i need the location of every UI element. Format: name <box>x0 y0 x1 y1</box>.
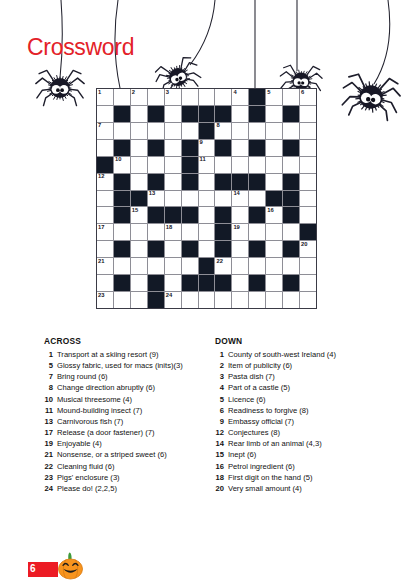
grid-cell[interactable] <box>283 292 299 308</box>
grid-cell[interactable] <box>165 106 181 122</box>
clue-item: 18First digit on the hand (5) <box>215 472 413 483</box>
black-cell <box>148 292 164 308</box>
clue-item-number: 11 <box>44 405 53 416</box>
clue-number: 11 <box>200 156 206 163</box>
grid-cell[interactable] <box>148 89 164 105</box>
clue-item: 7Bring round (6) <box>44 371 212 382</box>
grid-cell[interactable] <box>266 106 282 122</box>
grid-cell[interactable]: 5 <box>266 89 282 105</box>
clue-item-text: Enjoyable (4) <box>57 438 212 449</box>
black-cell <box>232 174 248 190</box>
clue-item-number: 5 <box>44 360 53 371</box>
grid-cell[interactable] <box>249 157 265 173</box>
grid-cell[interactable] <box>283 224 299 240</box>
grid-cell[interactable]: 15 <box>131 207 147 223</box>
grid-cell[interactable] <box>97 106 113 122</box>
clue-number: 4 <box>233 89 236 96</box>
clue-item-number: 10 <box>44 394 53 405</box>
across-clue-list: 1Transport at a skiing resort (9)5Glossy… <box>44 349 212 494</box>
clue-number: 24 <box>166 292 172 299</box>
grid-cell[interactable] <box>283 89 299 105</box>
black-cell <box>199 275 215 291</box>
black-cell <box>249 207 265 223</box>
grid-cell[interactable]: 24 <box>165 292 181 308</box>
pumpkin-icon <box>57 552 84 583</box>
clue-item: 21Nonsense, or a striped sweet (6) <box>44 449 212 460</box>
clue-item-text: Bring round (6) <box>57 371 212 382</box>
black-cell <box>148 106 164 122</box>
black-cell <box>114 140 130 156</box>
grid-cell[interactable]: 22 <box>215 258 231 274</box>
crossword-grid: 123456789101112131415161718192021222324 <box>96 88 317 309</box>
grid-cell[interactable] <box>266 275 282 291</box>
clue-item: 4Part of a castle (5) <box>215 382 413 393</box>
grid-cell[interactable] <box>266 224 282 240</box>
clue-item: 20Very small amount (4) <box>215 483 413 494</box>
clue-item-text: Cleaning fluid (6) <box>57 461 212 472</box>
clue-item: 23Pigs' enclosure (3) <box>44 472 212 483</box>
clue-item-text: Glossy fabric, used for macs (inits)(3) <box>57 360 212 371</box>
grid-cell[interactable] <box>300 207 316 223</box>
clue-item-number: 8 <box>44 382 53 393</box>
grid-cell[interactable] <box>249 258 265 274</box>
black-cell <box>215 241 231 257</box>
grid-cell[interactable] <box>165 123 181 139</box>
grid-cell[interactable] <box>182 292 198 308</box>
grid-cell[interactable]: 8 <box>215 123 231 139</box>
black-cell <box>249 140 265 156</box>
grid-cell[interactable] <box>131 224 147 240</box>
grid-cell[interactable] <box>232 292 248 308</box>
grid-cell[interactable] <box>148 123 164 139</box>
grid-cell[interactable] <box>131 123 147 139</box>
grid-cell[interactable] <box>249 191 265 207</box>
grid-cell[interactable] <box>165 157 181 173</box>
grid-cell[interactable] <box>249 224 265 240</box>
clue-item-text: First digit on the hand (5) <box>228 472 413 483</box>
clue-item-number: 9 <box>215 416 224 427</box>
clue-item-text: Please do! (2,2,5) <box>57 483 212 494</box>
clue-number: 5 <box>267 89 270 96</box>
clue-number: 1 <box>98 89 101 96</box>
black-cell <box>199 106 215 122</box>
grid-cell[interactable] <box>97 191 113 207</box>
grid-cell[interactable] <box>266 140 282 156</box>
black-cell <box>266 191 282 207</box>
black-cell <box>215 140 231 156</box>
grid-cell[interactable] <box>97 140 113 156</box>
grid-cell[interactable] <box>232 123 248 139</box>
clue-number: 23 <box>98 292 104 299</box>
clue-number: 14 <box>233 190 239 197</box>
grid-cell[interactable] <box>199 89 215 105</box>
grid-cell[interactable] <box>300 292 316 308</box>
grid-cell[interactable]: 14 <box>232 191 248 207</box>
clue-number: 7 <box>98 122 101 129</box>
clue-number: 22 <box>216 258 222 265</box>
clue-item: 1Transport at a skiing resort (9) <box>44 349 212 360</box>
grid-cell[interactable] <box>232 258 248 274</box>
grid-cell[interactable] <box>266 123 282 139</box>
black-cell <box>283 207 299 223</box>
grid-cell[interactable] <box>97 241 113 257</box>
spider-icon <box>340 72 402 121</box>
black-cell <box>114 275 130 291</box>
black-cell <box>182 106 198 122</box>
grid-cell[interactable] <box>300 123 316 139</box>
clue-number: 15 <box>132 207 138 214</box>
clue-number: 17 <box>98 224 104 231</box>
grid-cell[interactable] <box>131 241 147 257</box>
clue-item-text: County of south-west Ireland (4) <box>228 349 413 360</box>
black-cell <box>199 123 215 139</box>
black-cell <box>215 207 231 223</box>
grid-cell[interactable] <box>131 292 147 308</box>
clue-item: 8Change direction abruptly (6) <box>44 382 212 393</box>
black-cell <box>283 140 299 156</box>
clue-item-number: 3 <box>215 371 224 382</box>
spider-thread <box>374 0 390 84</box>
grid-cell[interactable] <box>199 207 215 223</box>
grid-cell[interactable]: 4 <box>232 89 248 105</box>
clue-item-text: Readiness to forgive (8) <box>228 405 413 416</box>
grid-cell[interactable] <box>283 258 299 274</box>
clue-item-number: 13 <box>44 416 53 427</box>
grid-cell[interactable] <box>300 275 316 291</box>
grid-cell[interactable] <box>165 258 181 274</box>
grid-cell[interactable] <box>131 258 147 274</box>
clue-item-text: Pigs' enclosure (3) <box>57 472 212 483</box>
clue-item-text: Transport at a skiing resort (9) <box>57 349 212 360</box>
clue-number: 16 <box>267 207 273 214</box>
down-clues-section: DOWN 1County of south-west Ireland (4)2I… <box>215 336 413 494</box>
black-cell <box>215 174 231 190</box>
clue-item: 16Petrol ingredient (6) <box>215 461 413 472</box>
grid-cell[interactable] <box>114 123 130 139</box>
black-cell <box>114 174 130 190</box>
grid-cell[interactable] <box>114 292 130 308</box>
grid-cell[interactable] <box>215 89 231 105</box>
clue-item-number: 19 <box>44 438 53 449</box>
grid-cell[interactable] <box>97 275 113 291</box>
grid-cell[interactable] <box>199 174 215 190</box>
clue-item: 5Licence (6) <box>215 394 413 405</box>
clue-item-text: Mound-building insect (7) <box>57 405 212 416</box>
clue-number: 18 <box>166 224 172 231</box>
black-cell <box>283 241 299 257</box>
page-title: Crossword <box>27 34 134 61</box>
black-cell <box>148 275 164 291</box>
black-cell <box>215 224 231 240</box>
clue-item-number: 4 <box>215 382 224 393</box>
black-cell <box>114 106 130 122</box>
grid-cell[interactable] <box>131 275 147 291</box>
grid-cell[interactable] <box>300 174 316 190</box>
grid-cell[interactable] <box>283 123 299 139</box>
grid-cell[interactable]: 19 <box>232 224 248 240</box>
grid-cell[interactable]: 6 <box>300 89 316 105</box>
page: Crossword 123456789101112131415161718192… <box>0 0 417 586</box>
down-clue-list: 1County of south-west Ireland (4)2Item o… <box>215 349 413 494</box>
clue-item: 19Enjoyable (4) <box>44 438 212 449</box>
clue-number: 10 <box>115 156 121 163</box>
grid-cell[interactable] <box>249 292 265 308</box>
clue-item-text: Inept (6) <box>228 449 413 460</box>
black-cell <box>148 241 164 257</box>
clue-item: 14Rear limb of an animal (4,3) <box>215 438 413 449</box>
grid-cell[interactable] <box>215 157 231 173</box>
clue-item: 22Cleaning fluid (6) <box>44 461 212 472</box>
clue-item-text: Release (a door fastener) (7) <box>57 427 212 438</box>
clue-item-text: Petrol ingredient (6) <box>228 461 413 472</box>
clue-item-number: 5 <box>215 394 224 405</box>
black-cell <box>182 174 198 190</box>
grid-cell[interactable]: 17 <box>97 224 113 240</box>
across-header: ACROSS <box>44 336 212 346</box>
clue-item-number: 24 <box>44 483 53 494</box>
grid-cell[interactable] <box>300 191 316 207</box>
grid-cell[interactable] <box>300 157 316 173</box>
grid-cell[interactable] <box>182 224 198 240</box>
black-cell <box>114 241 130 257</box>
clue-item-text: Part of a castle (5) <box>228 382 413 393</box>
clue-item-text: Embassy official (7) <box>228 416 413 427</box>
grid-cell[interactable]: 7 <box>97 123 113 139</box>
grid-cell[interactable] <box>114 258 130 274</box>
grid-cell[interactable] <box>131 140 147 156</box>
grid-cell[interactable] <box>300 140 316 156</box>
grid-cell[interactable] <box>165 140 181 156</box>
grid-cell[interactable] <box>300 258 316 274</box>
grid-cell[interactable] <box>283 157 299 173</box>
grid-cell[interactable] <box>300 106 316 122</box>
grid-cell[interactable] <box>182 89 198 105</box>
grid-cell[interactable]: 23 <box>97 292 113 308</box>
grid-cell[interactable] <box>199 191 215 207</box>
black-cell <box>182 241 198 257</box>
grid-cell[interactable]: 16 <box>266 207 282 223</box>
grid-cell[interactable] <box>215 191 231 207</box>
clue-item: 15Inept (6) <box>215 449 413 460</box>
clue-number: 19 <box>233 224 239 231</box>
clue-number: 6 <box>301 89 304 96</box>
grid-cell[interactable] <box>232 275 248 291</box>
grid-cell[interactable] <box>232 207 248 223</box>
clue-item-number: 6 <box>215 405 224 416</box>
clue-item-number: 1 <box>215 349 224 360</box>
grid-cell[interactable]: 18 <box>165 224 181 240</box>
grid-cell[interactable] <box>114 89 130 105</box>
black-cell <box>131 191 147 207</box>
black-cell <box>182 140 198 156</box>
black-cell <box>148 174 164 190</box>
clue-item-text: Licence (6) <box>228 394 413 405</box>
clue-item-number: 12 <box>215 427 224 438</box>
grid-cell[interactable]: 21 <box>97 258 113 274</box>
black-cell <box>249 241 265 257</box>
grid-cell[interactable] <box>199 241 215 257</box>
black-cell <box>114 207 130 223</box>
grid-cell[interactable]: 20 <box>300 241 316 257</box>
grid-cell[interactable]: 12 <box>97 174 113 190</box>
grid-cell[interactable]: 2 <box>131 89 147 105</box>
black-cell <box>283 174 299 190</box>
clue-number: 13 <box>149 190 155 197</box>
clue-number: 21 <box>98 258 104 265</box>
clue-item-number: 7 <box>44 371 53 382</box>
clue-item: 5Glossy fabric, used for macs (inits)(3) <box>44 360 212 371</box>
grid-cell[interactable] <box>249 123 265 139</box>
clue-item-number: 18 <box>215 472 224 483</box>
spider-thread <box>190 0 215 65</box>
black-cell <box>199 258 215 274</box>
black-cell <box>283 275 299 291</box>
black-cell <box>182 157 198 173</box>
grid-cell[interactable] <box>182 191 198 207</box>
grid-cell[interactable] <box>182 258 198 274</box>
black-cell <box>215 275 231 291</box>
clue-item: 17Release (a door fastener) (7) <box>44 427 212 438</box>
clue-item-text: Rear limb of an animal (4,3) <box>228 438 413 449</box>
grid-cell[interactable] <box>266 258 282 274</box>
clue-item-number: 15 <box>215 449 224 460</box>
clue-item: 6Readiness to forgive (8) <box>215 405 413 416</box>
black-cell <box>182 275 198 291</box>
down-header: DOWN <box>215 336 413 346</box>
black-cell <box>283 191 299 207</box>
grid-cell[interactable] <box>266 292 282 308</box>
across-clues-section: ACROSS 1Transport at a skiing resort (9)… <box>44 336 212 494</box>
grid-cell[interactable] <box>165 241 181 257</box>
clue-number: 8 <box>216 122 219 129</box>
clue-number: 9 <box>200 139 203 146</box>
grid-cell[interactable] <box>266 174 282 190</box>
black-cell <box>165 207 181 223</box>
black-cell <box>249 275 265 291</box>
black-cell <box>97 157 113 173</box>
black-cell <box>300 224 316 240</box>
grid-cell[interactable]: 13 <box>148 191 164 207</box>
black-cell <box>182 207 198 223</box>
clue-item-number: 1 <box>44 349 53 360</box>
page-number: 6 <box>30 563 36 574</box>
grid-cell[interactable] <box>131 106 147 122</box>
grid-cell[interactable]: 11 <box>199 157 215 173</box>
clue-item-number: 2 <box>215 360 224 371</box>
clue-item-number: 20 <box>215 483 224 494</box>
grid-cell[interactable]: 3 <box>165 89 181 105</box>
grid-cell[interactable]: 10 <box>114 157 130 173</box>
grid-cell[interactable] <box>148 157 164 173</box>
grid-cell[interactable] <box>97 207 113 223</box>
clue-item: 9Embassy official (7) <box>215 416 413 427</box>
grid-cell[interactable] <box>165 191 181 207</box>
grid-cell[interactable] <box>266 157 282 173</box>
black-cell <box>114 191 130 207</box>
black-cell <box>215 106 231 122</box>
clue-item-text: Item of publicity (6) <box>228 360 413 371</box>
clue-number: 12 <box>98 173 104 180</box>
black-cell <box>148 140 164 156</box>
clue-item: 10Musical threesome (4) <box>44 394 212 405</box>
clue-item-number: 17 <box>44 427 53 438</box>
clue-item: 13Carnivorous fish (7) <box>44 416 212 427</box>
grid-cell[interactable] <box>165 174 181 190</box>
clue-item: 2Item of publicity (6) <box>215 360 413 371</box>
clue-item: 12Conjectures (8) <box>215 427 413 438</box>
clue-item-text: Conjectures (8) <box>228 427 413 438</box>
clue-item-text: Musical threesome (4) <box>57 394 212 405</box>
page-number-badge: 6 <box>28 562 58 577</box>
black-cell <box>283 106 299 122</box>
grid-cell[interactable] <box>199 224 215 240</box>
grid-cell[interactable] <box>232 157 248 173</box>
grid-cell[interactable] <box>232 241 248 257</box>
clue-item-number: 16 <box>215 461 224 472</box>
clue-item: 1County of south-west Ireland (4) <box>215 349 413 360</box>
grid-cell[interactable] <box>148 224 164 240</box>
clue-item-text: Carnivorous fish (7) <box>57 416 212 427</box>
grid-cell[interactable] <box>182 123 198 139</box>
clue-item-number: 22 <box>44 461 53 472</box>
grid-cell[interactable]: 9 <box>199 140 215 156</box>
grid-cell[interactable] <box>215 292 231 308</box>
clue-item-text: Nonsense, or a striped sweet (6) <box>57 449 212 460</box>
clue-item-number: 21 <box>44 449 53 460</box>
clue-item-number: 23 <box>44 472 53 483</box>
clue-item: 24Please do! (2,2,5) <box>44 483 212 494</box>
grid-cell[interactable] <box>148 258 164 274</box>
grid-cell[interactable] <box>232 106 248 122</box>
grid-cell[interactable] <box>165 275 181 291</box>
clue-item-text: Pasta dish (7) <box>228 371 413 382</box>
black-cell <box>249 106 265 122</box>
black-cell <box>148 207 164 223</box>
grid-cell[interactable] <box>131 157 147 173</box>
clue-item-text: Very small amount (4) <box>228 483 413 494</box>
grid-cell[interactable] <box>266 241 282 257</box>
grid-cell[interactable] <box>114 224 130 240</box>
grid-cell[interactable] <box>232 140 248 156</box>
clue-item-text: Change direction abruptly (6) <box>57 382 212 393</box>
black-cell <box>249 174 265 190</box>
grid-cell[interactable]: 1 <box>97 89 113 105</box>
grid-cell[interactable] <box>131 174 147 190</box>
clue-number: 2 <box>132 89 135 96</box>
clue-item: 3Pasta dish (7) <box>215 371 413 382</box>
clue-number: 20 <box>301 241 307 248</box>
clue-item-number: 14 <box>215 438 224 449</box>
clue-item: 11Mound-building insect (7) <box>44 405 212 416</box>
clue-number: 3 <box>166 89 169 96</box>
black-cell <box>249 89 265 105</box>
grid-cell[interactable] <box>199 292 215 308</box>
